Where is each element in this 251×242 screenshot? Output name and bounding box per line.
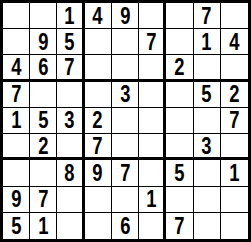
cell-r8c6[interactable]: 1 — [139, 187, 166, 213]
cell-r3c9[interactable] — [221, 55, 248, 81]
cell-r3c5[interactable] — [112, 55, 139, 81]
cell-r2c2[interactable]: 9 — [30, 29, 57, 55]
cell-r8c2[interactable]: 7 — [30, 187, 57, 213]
cell-r5c4[interactable]: 2 — [85, 108, 112, 134]
given-digit: 1 — [229, 161, 239, 185]
given-digit: 2 — [229, 82, 239, 106]
cell-r1c7[interactable] — [166, 3, 193, 29]
cell-r4c5[interactable]: 3 — [112, 82, 139, 108]
cell-r8c5[interactable] — [112, 187, 139, 213]
given-digit: 7 — [146, 30, 156, 54]
given-digit: 9 — [120, 4, 130, 28]
cell-r9c9[interactable] — [221, 213, 248, 239]
cell-r5c2[interactable]: 5 — [30, 108, 57, 134]
cell-r8c7[interactable] — [166, 187, 193, 213]
cell-r4c4[interactable] — [85, 82, 112, 108]
cell-r1c6[interactable] — [139, 3, 166, 29]
cell-r7c9[interactable]: 1 — [221, 160, 248, 186]
cell-r6c8[interactable]: 3 — [194, 134, 221, 160]
cell-r7c7[interactable]: 5 — [166, 160, 193, 186]
cell-r6c9[interactable] — [221, 134, 248, 160]
cell-r5c7[interactable] — [166, 108, 193, 134]
cell-r9c8[interactable] — [194, 213, 221, 239]
cell-r4c9[interactable]: 2 — [221, 82, 248, 108]
given-digit: 5 — [202, 82, 212, 106]
cell-r4c3[interactable] — [57, 82, 84, 108]
cell-r5c8[interactable] — [194, 108, 221, 134]
given-digit: 2 — [38, 134, 48, 158]
cell-r7c2[interactable] — [30, 160, 57, 186]
given-digit: 9 — [93, 161, 103, 185]
given-digit: 7 — [64, 55, 74, 79]
cell-r9c4[interactable] — [85, 213, 112, 239]
given-digit: 1 — [38, 214, 48, 238]
given-digit: 5 — [11, 214, 21, 238]
cell-r8c1[interactable]: 9 — [3, 187, 30, 213]
given-digit: 7 — [202, 4, 212, 28]
cell-r6c6[interactable] — [139, 134, 166, 160]
cell-r5c5[interactable] — [112, 108, 139, 134]
cell-r3c4[interactable] — [85, 55, 112, 81]
cell-r9c2[interactable]: 1 — [30, 213, 57, 239]
cell-r5c1[interactable]: 1 — [3, 108, 30, 134]
cell-r1c1[interactable] — [3, 3, 30, 29]
cell-r7c6[interactable] — [139, 160, 166, 186]
given-digit: 3 — [120, 82, 130, 106]
cell-r6c7[interactable] — [166, 134, 193, 160]
given-digit: 3 — [64, 108, 74, 132]
cell-r7c5[interactable]: 7 — [112, 160, 139, 186]
given-digit: 7 — [38, 187, 48, 211]
cell-r4c7[interactable] — [166, 82, 193, 108]
given-digit: 2 — [93, 108, 103, 132]
cell-r1c3[interactable]: 1 — [57, 3, 84, 29]
cell-r1c9[interactable] — [221, 3, 248, 29]
cell-r6c1[interactable] — [3, 134, 30, 160]
given-digit: 5 — [174, 161, 184, 185]
cell-r9c7[interactable]: 7 — [166, 213, 193, 239]
cell-r5c9[interactable]: 7 — [221, 108, 248, 134]
cell-r6c2[interactable]: 2 — [30, 134, 57, 160]
given-digit: 7 — [11, 82, 21, 106]
given-digit: 7 — [93, 134, 103, 158]
cell-r3c8[interactable] — [194, 55, 221, 81]
cell-r6c5[interactable] — [112, 134, 139, 160]
cell-r3c6[interactable] — [139, 55, 166, 81]
given-digit: 5 — [38, 108, 48, 132]
given-digit: 9 — [11, 187, 21, 211]
cell-r4c6[interactable] — [139, 82, 166, 108]
cell-r8c4[interactable] — [85, 187, 112, 213]
given-digit: 2 — [174, 55, 184, 79]
cell-r3c1[interactable]: 4 — [3, 55, 30, 81]
cell-r1c4[interactable]: 4 — [85, 3, 112, 29]
cell-r8c3[interactable] — [57, 187, 84, 213]
given-digit: 4 — [229, 30, 239, 54]
given-digit: 1 — [11, 108, 21, 132]
given-digit: 1 — [64, 4, 74, 28]
given-digit: 7 — [120, 161, 130, 185]
given-digit: 6 — [38, 55, 48, 79]
cell-r2c5[interactable] — [112, 29, 139, 55]
given-digit: 1 — [146, 187, 156, 211]
given-digit: 3 — [202, 134, 212, 158]
given-digit: 4 — [11, 55, 21, 79]
cell-r2c9[interactable]: 4 — [221, 29, 248, 55]
cell-r3c3[interactable]: 7 — [57, 55, 84, 81]
cell-r2c6[interactable]: 7 — [139, 29, 166, 55]
sudoku-board: 1497957144672735215327273897519715167 — [0, 0, 251, 242]
cell-r1c5[interactable]: 9 — [112, 3, 139, 29]
cell-r2c3[interactable]: 5 — [57, 29, 84, 55]
given-digit: 9 — [38, 30, 48, 54]
given-digit: 8 — [64, 161, 74, 185]
cell-r2c4[interactable] — [85, 29, 112, 55]
cell-r1c8[interactable]: 7 — [194, 3, 221, 29]
cell-r7c4[interactable]: 9 — [85, 160, 112, 186]
cell-r9c3[interactable] — [57, 213, 84, 239]
cell-r7c1[interactable] — [3, 160, 30, 186]
cell-r5c6[interactable] — [139, 108, 166, 134]
cell-r3c7[interactable]: 2 — [166, 55, 193, 81]
cell-r7c3[interactable]: 8 — [57, 160, 84, 186]
cell-r4c1[interactable]: 7 — [3, 82, 30, 108]
cell-r4c8[interactable]: 5 — [194, 82, 221, 108]
cell-r9c6[interactable] — [139, 213, 166, 239]
given-digit: 7 — [174, 214, 184, 238]
given-digit: 1 — [202, 30, 212, 54]
cell-r8c9[interactable] — [221, 187, 248, 213]
cell-r2c8[interactable]: 1 — [194, 29, 221, 55]
cell-r6c4[interactable]: 7 — [85, 134, 112, 160]
cell-r9c5[interactable]: 6 — [112, 213, 139, 239]
cell-r2c7[interactable] — [166, 29, 193, 55]
cell-r6c3[interactable] — [57, 134, 84, 160]
given-digit: 5 — [64, 30, 74, 54]
given-digit: 4 — [93, 4, 103, 28]
given-digit: 6 — [120, 214, 130, 238]
cell-r1c2[interactable] — [30, 3, 57, 29]
cell-r2c1[interactable] — [3, 29, 30, 55]
cell-r9c1[interactable]: 5 — [3, 213, 30, 239]
cell-r4c2[interactable] — [30, 82, 57, 108]
cell-r5c3[interactable]: 3 — [57, 108, 84, 134]
cell-r7c8[interactable] — [194, 160, 221, 186]
given-digit: 7 — [229, 108, 239, 132]
cell-r8c8[interactable] — [194, 187, 221, 213]
cell-r3c2[interactable]: 6 — [30, 55, 57, 81]
